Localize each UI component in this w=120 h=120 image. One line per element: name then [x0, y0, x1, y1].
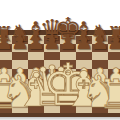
square-e8: ♚	[60, 36, 76, 44]
square-h7: ♟	[108, 44, 120, 52]
square-a5	[0, 60, 12, 69]
square-c7: ♟	[28, 44, 44, 52]
square-d5	[44, 60, 60, 69]
piece-black-rook-h8: ♜	[107, 24, 120, 45]
square-b6	[12, 52, 28, 61]
board-squares-grid: ♜♞♝♛♚♝♞♜♟♟♟♟♟♟♟♟♟♟♟♟♟♟♟♟♜♞♝♛♚♝♞♜	[0, 35, 120, 112]
square-f3	[76, 79, 92, 90]
square-e4	[60, 69, 76, 79]
square-b3	[12, 79, 28, 90]
square-c6	[28, 52, 44, 61]
square-f4	[76, 69, 92, 79]
square-e1: ♚	[60, 101, 76, 114]
square-c2: ♟	[28, 89, 44, 101]
square-g7: ♟	[92, 44, 108, 52]
square-b5	[12, 60, 28, 69]
square-a4	[0, 69, 12, 79]
square-e2: ♟	[60, 89, 76, 101]
square-d4	[44, 69, 60, 79]
square-e3	[60, 79, 76, 90]
square-c8: ♝	[28, 36, 44, 44]
square-c3	[28, 79, 44, 90]
square-f2: ♟	[76, 89, 92, 101]
square-e6	[60, 52, 76, 61]
square-g6	[92, 52, 108, 61]
square-h2: ♟	[108, 89, 120, 101]
square-f1: ♝	[76, 101, 92, 114]
square-a2: ♟	[0, 89, 12, 101]
square-d8: ♛	[44, 36, 60, 44]
square-g4	[92, 69, 108, 79]
square-c5	[28, 60, 44, 69]
square-h5	[108, 60, 120, 69]
square-f5	[76, 60, 92, 69]
square-f6	[76, 52, 92, 61]
square-d7: ♟	[44, 44, 60, 52]
square-a8: ♜	[0, 36, 12, 44]
chess-board: ♜♞♝♛♚♝♞♜♟♟♟♟♟♟♟♟♟♟♟♟♟♟♟♟♜♞♝♛♚♝♞♜	[0, 30, 120, 117]
square-g8: ♞	[92, 36, 108, 44]
square-e5	[60, 60, 76, 69]
square-c4	[28, 69, 44, 79]
square-g1: ♞	[92, 101, 108, 114]
square-e7: ♟	[60, 44, 76, 52]
chess-photo-scene: ♜♞♝♛♚♝♞♜♟♟♟♟♟♟♟♟♟♟♟♟♟♟♟♟♜♞♝♛♚♝♞♜	[0, 0, 120, 120]
square-h3	[108, 79, 120, 90]
square-a7: ♟	[0, 44, 12, 52]
square-h4	[108, 69, 120, 79]
square-c1: ♝	[28, 101, 44, 114]
square-b4	[12, 69, 28, 79]
square-f8: ♝	[76, 36, 92, 44]
square-b1: ♞	[12, 101, 28, 114]
square-h8: ♜	[108, 36, 120, 44]
square-a3	[0, 79, 12, 90]
square-b2: ♟	[12, 89, 28, 101]
square-a6	[0, 52, 12, 61]
square-h6	[108, 52, 120, 61]
square-g3	[92, 79, 108, 90]
square-a1: ♜	[0, 101, 12, 114]
square-g2: ♟	[92, 89, 108, 101]
square-b7: ♟	[12, 44, 28, 52]
square-b8: ♞	[12, 36, 28, 44]
square-h1: ♜	[108, 101, 120, 114]
square-d3	[44, 79, 60, 90]
square-f7: ♟	[76, 44, 92, 52]
square-d6	[44, 52, 60, 61]
square-d2: ♟	[44, 89, 60, 101]
square-d1: ♛	[44, 101, 60, 114]
square-g5	[92, 60, 108, 69]
